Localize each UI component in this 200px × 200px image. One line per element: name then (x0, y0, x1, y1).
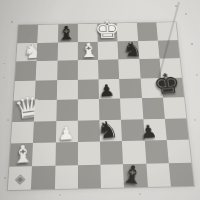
square-c2 (55, 142, 78, 165)
piece-black-knight-e3: ♞ (95, 117, 119, 142)
square-d7: ♝ (78, 41, 98, 60)
square-d5 (78, 79, 99, 99)
square-d2 (78, 142, 101, 165)
square-c3: ♟ (55, 120, 77, 142)
square-c5 (56, 79, 77, 99)
square-h8 (156, 22, 178, 40)
square-h7 (158, 40, 180, 59)
square-g7 (138, 40, 160, 59)
square-f7: ♞ (118, 41, 139, 60)
square-g3: ♟ (143, 118, 167, 140)
piece-black-bishop-f1: ♝ (119, 161, 145, 189)
square-d1 (78, 164, 101, 188)
piece-white-bishop-a2: ♝ (11, 141, 34, 167)
piece-white-bishop-d7: ♝ (79, 40, 100, 61)
square-h4 (163, 97, 187, 118)
square-c4 (56, 99, 78, 120)
square-a1: ◈ (8, 166, 32, 190)
square-f1: ♝ (123, 163, 147, 187)
square-f6 (118, 59, 140, 79)
square-b6 (36, 61, 57, 81)
square-e2 (100, 141, 123, 164)
square-g4 (142, 98, 165, 119)
square-h1 (169, 162, 194, 186)
square-e3: ♞ (99, 119, 122, 141)
square-c7 (57, 42, 77, 61)
piece-black-bishop-c8: ♝ (56, 23, 76, 43)
square-b7 (37, 42, 58, 61)
square-a7: ♞ (16, 43, 37, 62)
mat-bottom-margin-marks: · ˙ · ˙ · ˙ · ˙ (30, 186, 190, 191)
square-b4 (34, 100, 56, 121)
square-f5 (119, 78, 141, 98)
square-c6 (57, 60, 78, 80)
square-a6 (15, 61, 37, 81)
square-a2: ♝ (9, 143, 33, 166)
chessboard-photo: ♝♚♞♝♞♟♚♛♟♞♟♝◈♝ ˙·ı·˙·ı·˙ · ˙ · ˙ · ˙ · ˙ (0, 0, 200, 200)
square-f4 (120, 98, 143, 119)
square-g2 (144, 140, 168, 163)
mat-emblem: ◈ (15, 171, 26, 184)
square-e5: ♟ (99, 79, 121, 99)
square-h2 (167, 140, 192, 163)
piece-black-king-h5: ♚ (151, 69, 183, 99)
piece-black-pawn-g3: ♟ (139, 122, 158, 141)
square-d6 (78, 60, 99, 80)
square-h5: ♚ (161, 77, 184, 97)
square-e8: ♚ (97, 23, 117, 41)
square-b2 (32, 142, 55, 165)
square-e7 (98, 41, 119, 60)
mat-left-margin-marks: ˙·ı·˙·ı·˙ (2, 56, 7, 87)
piece-white-pawn-c3: ♟ (58, 124, 75, 143)
square-b3 (33, 121, 56, 143)
square-e6 (98, 59, 119, 79)
piece-black-pawn-e5: ♟ (98, 82, 115, 99)
square-c8: ♝ (58, 24, 78, 42)
square-h3 (165, 118, 189, 140)
square-a4: ♛ (12, 100, 35, 121)
square-g1 (146, 163, 171, 187)
